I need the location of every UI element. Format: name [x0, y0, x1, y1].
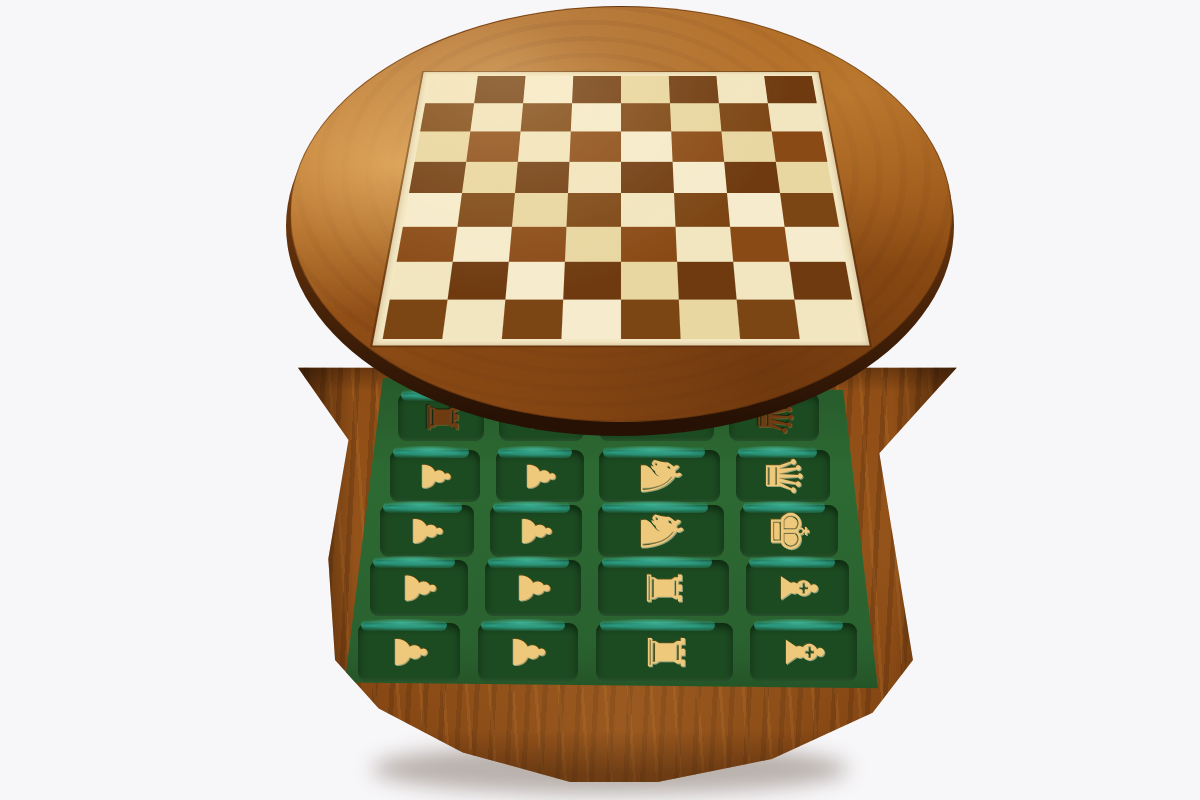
board-square	[415, 132, 471, 162]
board-square	[470, 103, 523, 131]
tray-slot-light-rook: ♜	[598, 560, 730, 616]
board-square	[772, 132, 828, 162]
board-square	[721, 132, 775, 162]
board-square	[733, 262, 794, 299]
board-square	[677, 262, 736, 299]
tray-slot-light-pawn: ♟	[370, 560, 468, 616]
board-square	[621, 76, 670, 103]
board-square	[515, 162, 569, 194]
light-pawn-piece: ♟	[521, 459, 559, 493]
board-square	[420, 103, 474, 131]
board-square	[462, 162, 518, 194]
board-square	[670, 103, 722, 131]
board-square	[403, 193, 462, 226]
board-square	[502, 299, 563, 339]
board-square	[509, 227, 567, 262]
board-square	[563, 262, 621, 299]
tray-slot-light-bishop: ♝	[750, 623, 857, 681]
tray-slot-light-pawn: ♟	[496, 450, 584, 502]
board-square	[523, 76, 573, 103]
board-frame	[372, 72, 869, 346]
board-square	[621, 262, 679, 299]
tray-slot-light-knight: ♞	[599, 450, 720, 502]
board-square	[679, 299, 740, 339]
tray-slot-light-king: ♚	[740, 505, 838, 557]
light-bishop-piece: ♝	[772, 566, 822, 611]
board-square	[727, 193, 785, 226]
board-square	[621, 193, 676, 226]
board-square	[383, 299, 448, 339]
tray-slot-light-pawn: ♟	[478, 623, 578, 681]
board-square	[568, 162, 621, 194]
board-square	[512, 193, 568, 226]
chess-set-photo: ♜♟♞♛♟♟♞♛♟♟♞♚♟♟♜♝♟♟♜♝	[0, 0, 1200, 800]
board-square	[789, 262, 852, 299]
board-square	[737, 299, 800, 339]
board-square	[768, 103, 822, 131]
board-square	[621, 162, 674, 194]
board-square	[780, 193, 839, 226]
light-pawn-piece: ♟	[398, 569, 440, 606]
board-square	[571, 103, 621, 131]
light-rook-piece: ♜	[639, 630, 689, 675]
tray-slot-light-pawn: ♟	[390, 450, 480, 502]
light-knight-piece: ♞	[632, 505, 690, 557]
board-square	[505, 262, 564, 299]
board-square	[566, 193, 621, 226]
board-square	[572, 76, 621, 103]
light-knight-piece: ♞	[632, 451, 688, 501]
light-pawn-piece: ♟	[416, 459, 454, 493]
light-king-piece: ♚	[763, 508, 815, 555]
tray-slot-light-pawn: ♟	[380, 505, 474, 557]
board-square	[521, 103, 573, 131]
tray-slot-light-pawn: ♟	[490, 505, 582, 557]
board-square	[674, 193, 730, 226]
board-square	[565, 227, 621, 262]
board-grid	[383, 76, 860, 339]
board-square	[457, 193, 515, 226]
light-queen-piece: ♛	[758, 454, 808, 499]
light-pawn-piece: ♟	[506, 632, 550, 671]
light-pawn-piece: ♟	[407, 513, 447, 549]
board-square	[671, 132, 724, 162]
board-square	[621, 227, 677, 262]
board-square	[673, 162, 727, 194]
board-square	[621, 132, 673, 162]
board-square	[764, 76, 817, 103]
board-square	[466, 132, 520, 162]
tray-slot-light-knight: ♞	[598, 505, 724, 557]
board-square	[561, 299, 621, 339]
board-square	[621, 103, 671, 131]
board-square	[794, 299, 859, 339]
board-square	[409, 162, 466, 194]
light-pawn-piece: ♟	[387, 632, 431, 671]
board-square	[390, 262, 453, 299]
tray-slot-light-queen: ♛	[736, 450, 830, 502]
tray-slot-light-rook: ♜	[596, 623, 733, 681]
light-pawn-piece: ♟	[512, 569, 554, 606]
tray-slot-light-bishop: ♝	[746, 560, 848, 616]
board-square	[716, 76, 767, 103]
board-square	[448, 262, 509, 299]
board-square	[785, 227, 846, 262]
board-square	[518, 132, 571, 162]
light-bishop-piece: ♝	[778, 629, 830, 676]
board-square	[425, 76, 478, 103]
board-square	[397, 227, 458, 262]
tray-slot-light-pawn: ♟	[485, 560, 581, 616]
board-square	[730, 227, 789, 262]
board-square	[669, 76, 719, 103]
board-square	[453, 227, 512, 262]
board-square	[719, 103, 772, 131]
round-board-top	[290, 6, 952, 422]
board-plane	[372, 72, 869, 346]
light-rook-piece: ♜	[640, 566, 688, 609]
board-square	[474, 76, 525, 103]
board-square	[724, 162, 780, 194]
board-square	[569, 132, 621, 162]
board-square	[776, 162, 833, 194]
board-square	[676, 227, 734, 262]
tray-slot-light-pawn: ♟	[358, 623, 460, 681]
board-square	[621, 299, 681, 339]
board-square	[442, 299, 505, 339]
light-pawn-piece: ♟	[516, 513, 556, 549]
